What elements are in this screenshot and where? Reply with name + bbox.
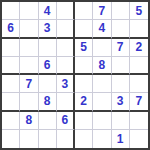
cell-r6c8[interactable]: 7 [130,93,148,111]
cell-r4c1[interactable] [2,57,20,75]
cell-r2c5[interactable] [75,20,93,38]
cell-r8c7[interactable]: 1 [112,130,130,148]
cell-r2c1[interactable]: 6 [2,20,20,38]
cell-r5c6[interactable] [93,75,111,93]
cell-r5c4[interactable]: 3 [57,75,75,93]
cell-r4c4[interactable] [57,57,75,75]
cell-r8c4[interactable] [57,130,75,148]
cell-r6c1[interactable] [2,93,20,111]
cell-r2c6[interactable]: 4 [93,20,111,38]
cell-r5c8[interactable] [130,75,148,93]
cell-r1c4[interactable] [57,2,75,20]
cell-r3c4[interactable] [57,39,75,57]
cell-r5c7[interactable] [112,75,130,93]
cell-r5c5[interactable] [75,75,93,93]
cell-r3c6[interactable] [93,39,111,57]
cell-r4c8[interactable] [130,57,148,75]
cell-r1c2[interactable] [20,2,38,20]
cell-r7c3[interactable] [39,112,57,130]
cell-r7c8[interactable] [130,112,148,130]
cell-r6c3[interactable]: 8 [39,93,57,111]
cell-r8c5[interactable] [75,130,93,148]
cell-r4c2[interactable] [20,57,38,75]
cell-r3c3[interactable] [39,39,57,57]
cell-r8c8[interactable] [130,130,148,148]
cell-r4c3[interactable]: 6 [39,57,57,75]
cell-r1c1[interactable] [2,2,20,20]
cell-r3c8[interactable]: 2 [130,39,148,57]
cell-r1c3[interactable]: 4 [39,2,57,20]
cell-r5c2[interactable]: 7 [20,75,38,93]
cell-r6c5[interactable]: 2 [75,93,93,111]
cell-r7c4[interactable]: 6 [57,112,75,130]
cell-r3c5[interactable]: 5 [75,39,93,57]
cell-r2c3[interactable]: 3 [39,20,57,38]
cell-r8c2[interactable] [20,130,38,148]
cell-r1c5[interactable] [75,2,93,20]
cell-r8c6[interactable] [93,130,111,148]
cell-r7c5[interactable] [75,112,93,130]
cell-r2c4[interactable] [57,20,75,38]
cell-r7c6[interactable] [93,112,111,130]
cell-r3c2[interactable] [20,39,38,57]
cell-r8c1[interactable] [2,130,20,148]
cell-r4c5[interactable] [75,57,93,75]
cell-r3c7[interactable]: 7 [112,39,130,57]
cell-r7c7[interactable] [112,112,130,130]
cell-r7c2[interactable]: 8 [20,112,38,130]
cell-r5c1[interactable] [2,75,20,93]
cell-r1c6[interactable]: 7 [93,2,111,20]
cell-r5c3[interactable] [39,75,57,93]
cell-r6c6[interactable] [93,93,111,111]
cell-r6c2[interactable] [20,93,38,111]
cell-r1c7[interactable] [112,2,130,20]
cell-r2c8[interactable] [130,20,148,38]
cell-r7c1[interactable] [2,112,20,130]
cell-r2c2[interactable] [20,20,38,38]
cell-r8c3[interactable] [39,130,57,148]
cell-r2c7[interactable] [112,20,130,38]
cell-r4c6[interactable]: 8 [93,57,111,75]
cell-r3c1[interactable] [2,39,20,57]
cell-r6c7[interactable]: 3 [112,93,130,111]
cell-r1c8[interactable]: 5 [130,2,148,20]
cell-r6c4[interactable] [57,93,75,111]
sudoku-board: 47563457268738237861 [0,0,150,150]
cell-r4c7[interactable] [112,57,130,75]
